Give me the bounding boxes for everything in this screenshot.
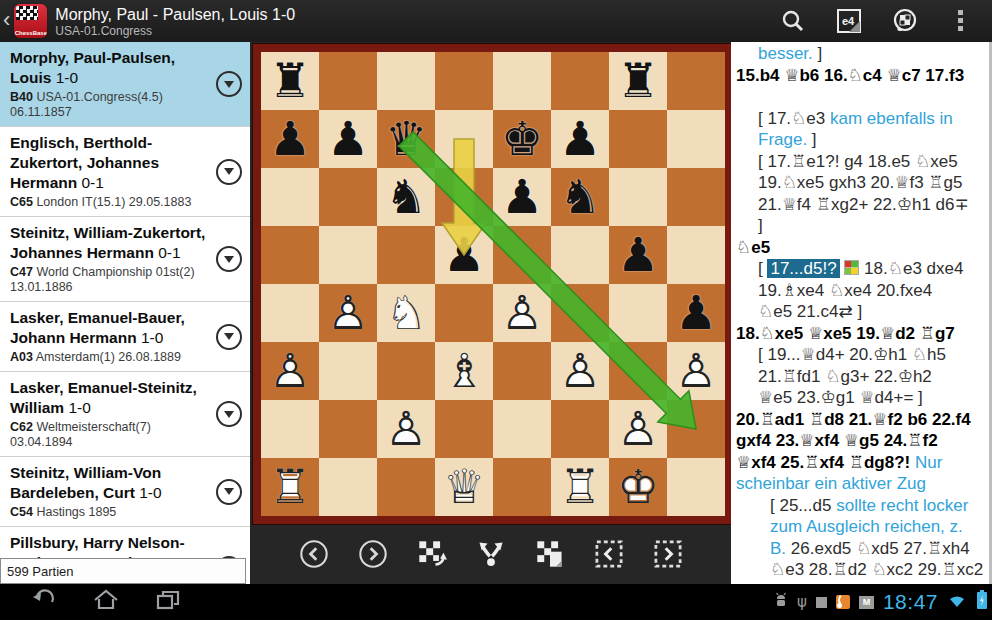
- titlebar-text: Morphy, Paul - Paulsen, Louis 1-0 USA-01…: [55, 5, 778, 38]
- mainline-moves[interactable]: 20.♖ad1 ♖d8 21.♕f2 b6 22.f4: [736, 410, 971, 429]
- square-d6[interactable]: [435, 168, 493, 226]
- flip-board-button[interactable]: [417, 539, 447, 569]
- board-grid: ♜♜♟♟♛♚♟♞♟♞♟♟♟♙♞♘♟♙♟♟♙♝♗♟♙♟♙♟♙♟♙♜♖♛♕♜♖♚♔: [261, 52, 725, 516]
- notation-line: 21.♖fd1 ♘g3+ 22.♔h2: [758, 366, 992, 388]
- square-d4[interactable]: [435, 284, 493, 342]
- game-meta: A03 Amsterdam(1) 26.08.1889: [10, 350, 242, 365]
- square-h3[interactable]: ♟♙: [667, 342, 725, 400]
- game-meta: C54 Hastings 1895: [10, 505, 242, 520]
- comment-text[interactable]: Nur: [915, 453, 942, 472]
- square-c7[interactable]: ♛: [377, 110, 435, 168]
- square-e7[interactable]: ♚: [493, 110, 551, 168]
- piece-black-pawn: ♟: [261, 110, 319, 168]
- flip-board-icon: [417, 539, 447, 569]
- piece-black-knight: ♞: [551, 168, 609, 226]
- square-d1[interactable]: ♛♕: [435, 458, 493, 516]
- e4-board-icon[interactable]: e4: [834, 6, 864, 36]
- game-eco: A03: [10, 350, 33, 364]
- logo-text: ChessBase: [14, 30, 47, 36]
- square-b7[interactable]: ♟: [319, 110, 377, 168]
- variation-moves[interactable]: [ 17.♘e3: [758, 109, 830, 128]
- board-toolbar: [250, 524, 731, 584]
- top-action-bar: ‹ ChessBase Morphy, Paul - Paulsen, Loui…: [0, 0, 992, 42]
- game-title: Lasker, Emanuel-Bauer, Johann Hermann 1-…: [10, 308, 242, 348]
- square-c8[interactable]: [377, 52, 435, 110]
- square-f2[interactable]: [551, 400, 609, 458]
- game-players: Morphy, Paul-Paulsen, Louis: [10, 49, 175, 86]
- prev-game-button[interactable]: [594, 539, 624, 569]
- notation-line: [ 19...♕d4+ 20.♔h1 ♘h5: [758, 344, 992, 366]
- wifi-icon: [947, 592, 967, 612]
- next-move-button[interactable]: [358, 539, 388, 569]
- variation-moves[interactable]: [ 19...♕d4+ 20.♔h1 ♘h5: [758, 345, 946, 364]
- square-a7[interactable]: ♟: [261, 110, 319, 168]
- games-count-toast: 599 Partien: [0, 558, 246, 584]
- square-f5[interactable]: [551, 226, 609, 284]
- notation-line: zum Ausgleich reichen, z.: [770, 516, 992, 538]
- square-c2[interactable]: ♟♙: [377, 400, 435, 458]
- status-icons: ψ M 18:47: [774, 590, 992, 614]
- selected-move[interactable]: 17...d5!?: [767, 259, 839, 278]
- square-f1[interactable]: ♜♖: [551, 458, 609, 516]
- game-meta: C65 London IT(15.1) 29.05.1883: [10, 195, 242, 210]
- overflow-menu-icon[interactable]: [946, 6, 976, 36]
- square-e1[interactable]: [493, 458, 551, 516]
- square-f8[interactable]: [551, 52, 609, 110]
- variation-moves[interactable]: ♘e5 21.c4⇄ ]: [758, 302, 862, 321]
- game-list-item[interactable]: Lasker, Emanuel-Bauer, Johann Hermann 1-…: [0, 302, 250, 372]
- square-g8[interactable]: ♜: [609, 52, 667, 110]
- square-h6[interactable]: [667, 168, 725, 226]
- square-g6[interactable]: [609, 168, 667, 226]
- expand-chevron-icon[interactable]: [216, 246, 242, 272]
- game-list-item[interactable]: Steinitz, William-Von Bardeleben, Curt 1…: [0, 457, 250, 527]
- variation-moves[interactable]: 26.exd5 ♘xd5 27.♖xh4: [791, 539, 970, 558]
- square-b4[interactable]: ♟♙: [319, 284, 377, 342]
- piece-white-pawn-outline: ♙: [377, 400, 435, 458]
- piece-white-pawn-outline: ♙: [261, 342, 319, 400]
- square-c4[interactable]: ♞♘: [377, 284, 435, 342]
- piece-white-knight-outline: ♘: [377, 284, 435, 342]
- notation-line: ♘e5 21.c4⇄ ]: [758, 301, 992, 323]
- page-subtitle: USA-01.Congress: [55, 24, 778, 38]
- piece-black-king: ♚: [493, 110, 551, 168]
- notation-line: 18.♘xe5 ♕xe5 19.♕d2 ♖g7: [736, 323, 992, 345]
- game-result: 0-1: [77, 174, 104, 191]
- square-b6[interactable]: [319, 168, 377, 226]
- square-h1[interactable]: [667, 458, 725, 516]
- piece-black-pawn: ♟: [493, 168, 551, 226]
- notation-line: 20.♖ad1 ♖d8 21.♕f2 b6 22.f4: [736, 409, 992, 431]
- logo-checker-pattern: [16, 6, 38, 20]
- square-f4[interactable]: [551, 284, 609, 342]
- notation-line: ♕xf4 25.♖xf4 ♖dg8?! Nur: [736, 452, 992, 474]
- square-e6[interactable]: ♟: [493, 168, 551, 226]
- notation-line: ♘e5: [736, 237, 992, 259]
- next-move-icon: [358, 539, 388, 569]
- notation-line: [ 17...d5!? 18.♘e3 dxe4: [758, 258, 992, 280]
- board-to-notation-button[interactable]: [535, 539, 565, 569]
- status-clock: 18:47: [883, 590, 938, 614]
- piece-black-pawn: ♟: [435, 226, 493, 284]
- game-eco: C54: [10, 505, 33, 519]
- piece-black-pawn: ♟: [667, 284, 725, 342]
- game-eco: C47: [10, 265, 33, 279]
- square-a4[interactable]: [261, 284, 319, 342]
- game-list[interactable]: Morphy, Paul-Paulsen, Louis 1-0B40 USA-0…: [0, 42, 250, 584]
- piece-white-pawn-outline: ♙: [319, 284, 377, 342]
- notation-line: 15.b4 ♕b6 16.♘c4 ♕c7 17.f3: [736, 65, 992, 87]
- square-b2[interactable]: [319, 400, 377, 458]
- mainline-moves[interactable]: ♘e5: [736, 238, 770, 257]
- usb-debug-icon: [774, 592, 788, 612]
- mainline-moves[interactable]: 15.b4 ♕b6 16.♘c4 ♕c7 17.f3: [736, 66, 964, 85]
- game-title: Englisch, Berthold-Zukertort, Johannes H…: [10, 133, 242, 193]
- notation-line: 19.♘xe5 gxh3 20.♕f3 ♖g5: [758, 172, 992, 194]
- comment-text[interactable]: Frage.: [758, 130, 812, 149]
- game-players: Lasker, Emanuel-Steinitz, William: [10, 379, 197, 416]
- square-g4[interactable]: [609, 284, 667, 342]
- annotation-color-icon[interactable]: [844, 260, 859, 275]
- game-list-item[interactable]: Steinitz, William-Zukertort, Johannes He…: [0, 217, 250, 302]
- chessbase-logo[interactable]: ChessBase: [14, 4, 47, 38]
- square-e4[interactable]: ♟♙: [493, 284, 551, 342]
- piece-white-pawn-outline: ♙: [493, 284, 551, 342]
- gmail-icon: M: [859, 596, 874, 609]
- game-meta: C47 World Championship 01st(2) 13.01.188…: [10, 265, 242, 295]
- square-a3[interactable]: ♟♙: [261, 342, 319, 400]
- board-panel: ♜♜♟♟♛♚♟♞♟♞♟♟♟♙♞♘♟♙♟♟♙♝♗♟♙♟♙♟♙♟♙♜♖♛♕♜♖♚♔: [250, 42, 731, 584]
- notation-line: [ 17.♖e1?! g4 18.e5 ♘xe5: [758, 151, 992, 173]
- next-game-icon: [653, 539, 683, 569]
- expand-chevron-icon[interactable]: [216, 159, 242, 185]
- piece-white-rook-outline: ♖: [551, 458, 609, 516]
- square-b5[interactable]: [319, 226, 377, 284]
- square-g1[interactable]: ♚♔: [609, 458, 667, 516]
- square-c3[interactable]: [377, 342, 435, 400]
- mainline-moves[interactable]: 18.♘xe5 ♕xe5 19.♕d2 ♖g7: [736, 324, 955, 343]
- piece-black-rook: ♜: [261, 52, 319, 110]
- piece-black-rook: ♜: [609, 52, 667, 110]
- variation-moves[interactable]: 21.♕f4 ♖xg2+ 22.♔h1 d6∓: [758, 195, 969, 214]
- square-h2[interactable]: [667, 400, 725, 458]
- svg-text:e4: e4: [842, 15, 855, 27]
- square-c1[interactable]: [377, 458, 435, 516]
- variation-moves[interactable]: 19.♗xe4 ♘xe4 20.fxe4: [758, 281, 932, 300]
- game-meta: C62 Weltmeisterschaft(7) 03.04.1894: [10, 420, 242, 450]
- piece-black-queen: ♛: [377, 110, 435, 168]
- game-title: Morphy, Paul-Paulsen, Louis 1-0: [10, 48, 242, 88]
- back-nav-icon[interactable]: [28, 588, 58, 616]
- square-h4[interactable]: ♟: [667, 284, 725, 342]
- game-result: 1-0: [51, 69, 78, 86]
- square-a1[interactable]: ♜♖: [261, 458, 319, 516]
- square-b3[interactable]: [319, 342, 377, 400]
- game-result: 0-1: [154, 244, 181, 261]
- prev-move-button[interactable]: [299, 539, 329, 569]
- square-b8[interactable]: [319, 52, 377, 110]
- game-list-item[interactable]: Lasker, Emanuel-Steinitz, William 1-0C62…: [0, 372, 250, 457]
- game-eco: C65: [10, 195, 33, 209]
- game-list-item[interactable]: Morphy, Paul-Paulsen, Louis 1-0B40 USA-0…: [0, 42, 250, 127]
- notation-line: [ 17.♘e3 kam ebenfalls in: [758, 108, 992, 130]
- square-b1[interactable]: [319, 458, 377, 516]
- notation-line: besser. ]: [758, 43, 992, 65]
- variation-moves[interactable]: 18.♘e3 dxe4: [859, 259, 963, 278]
- expand-chevron-icon[interactable]: [216, 324, 242, 350]
- square-e3[interactable]: [493, 342, 551, 400]
- square-a2[interactable]: [261, 400, 319, 458]
- variation-moves[interactable]: ]: [818, 44, 823, 63]
- comment-text[interactable]: zum Ausgleich reichen, z.: [770, 517, 963, 536]
- main-content: Morphy, Paul-Paulsen, Louis 1-0B40 USA-0…: [0, 42, 992, 584]
- notation-line: 19.♗xe4 ♘xe4 20.fxe4: [758, 280, 992, 302]
- battery-icon: [976, 590, 988, 614]
- piece-black-pawn: ♟: [319, 110, 377, 168]
- takeback-variation-icon: [476, 539, 506, 569]
- game-list-item[interactable]: Englisch, Berthold-Zukertort, Johannes H…: [0, 127, 250, 217]
- square-d7[interactable]: [435, 110, 493, 168]
- piece-white-king-outline: ♔: [609, 458, 667, 516]
- notation-line: ♕e5 23.♔g1 ♕d4+= ]: [758, 387, 992, 409]
- notation-line: [ 25...d5 sollte recht locker: [770, 495, 992, 517]
- square-e2[interactable]: [493, 400, 551, 458]
- mainline-moves[interactable]: ♕xf4 25.♖xf4 ♖dg8?!: [736, 453, 915, 472]
- square-h8[interactable]: [667, 52, 725, 110]
- piece-white-bishop-outline: ♗: [435, 342, 493, 400]
- square-d5[interactable]: ♟: [435, 226, 493, 284]
- notation-line: [736, 86, 992, 108]
- square-h7[interactable]: [667, 110, 725, 168]
- game-title: Lasker, Emanuel-Steinitz, William 1-0: [10, 378, 242, 418]
- prev-game-icon: [594, 539, 624, 569]
- expand-chevron-icon[interactable]: [216, 71, 242, 97]
- square-h5[interactable]: [667, 226, 725, 284]
- square-g3[interactable]: [609, 342, 667, 400]
- topbar-actions: e4: [778, 6, 992, 36]
- game-eco: B40: [10, 90, 33, 104]
- back-chevron-icon[interactable]: ‹: [0, 9, 12, 34]
- game-title: Steinitz, William-Zukertort, Johannes He…: [10, 223, 242, 263]
- variation-moves[interactable]: ♘e3 28.♖d2 ♘xc2 29.♖xc2: [770, 560, 983, 579]
- game-title: Steinitz, William-Von Bardeleben, Curt 1…: [10, 463, 242, 503]
- expand-chevron-icon[interactable]: [216, 401, 242, 427]
- game-result: 1-0: [64, 399, 91, 416]
- takeback-variation-button[interactable]: [476, 539, 506, 569]
- notation-line: 21.♕f4 ♖xg2+ 22.♔h1 d6∓: [758, 194, 992, 216]
- variation-moves[interactable]: ]: [758, 216, 763, 235]
- piece-white-rook-outline: ♖: [261, 458, 319, 516]
- piece-black-knight: ♞: [377, 168, 435, 226]
- square-g7[interactable]: [609, 110, 667, 168]
- notation-line: ]: [758, 215, 992, 237]
- square-f7[interactable]: ♟: [551, 110, 609, 168]
- notation-panel[interactable]: besser. ]15.b4 ♕b6 16.♘c4 ♕c7 17.f3 [ 17…: [731, 42, 992, 584]
- notation-line: scheinbar ein aktiver Zug: [736, 473, 992, 495]
- next-game-button[interactable]: [653, 539, 683, 569]
- comment-text[interactable]: kam ebenfalls in: [830, 109, 953, 128]
- usb-icon: ψ: [797, 595, 807, 610]
- square-d8[interactable]: [435, 52, 493, 110]
- notation-line: Frage. ]: [758, 129, 992, 151]
- nav-buttons: [0, 588, 182, 616]
- piece-white-pawn-outline: ♙: [551, 342, 609, 400]
- square-g2[interactable]: ♟♙: [609, 400, 667, 458]
- chessbase-app: ‹ ChessBase Morphy, Paul - Paulsen, Loui…: [0, 0, 992, 620]
- notation-line: gxf4 23.♕xf4 ♕g5 24.♖f2: [736, 430, 992, 452]
- variation-moves[interactable]: 19.♘xe5 gxh3 20.♕f3 ♖g5: [758, 173, 963, 192]
- square-a8[interactable]: ♜: [261, 52, 319, 110]
- square-g5[interactable]: ♟: [609, 226, 667, 284]
- square-a5[interactable]: [261, 226, 319, 284]
- piece-white-queen-outline: ♕: [435, 458, 493, 516]
- variation-moves[interactable]: [ 25...d5: [770, 496, 836, 515]
- comment-text[interactable]: sollte recht locker: [836, 496, 968, 515]
- search-icon[interactable]: [778, 6, 808, 36]
- game-meta: B40 USA-01.Congress(4.5) 06.11.1857: [10, 90, 242, 120]
- chess-board[interactable]: ♜♜♟♟♛♚♟♞♟♞♟♟♟♙♞♘♟♙♟♟♙♝♗♟♙♟♙♟♙♟♙♜♖♛♕♜♖♚♔: [253, 44, 733, 524]
- square-c5[interactable]: [377, 226, 435, 284]
- page-title: Morphy, Paul - Paulsen, Louis 1-0: [55, 5, 778, 24]
- notification-icon: [816, 597, 827, 608]
- square-e5[interactable]: [493, 226, 551, 284]
- home-nav-icon[interactable]: [92, 588, 120, 616]
- notation-line: B. 26.exd5 ♘xd5 27.♖xh4: [770, 538, 992, 560]
- prev-move-icon: [299, 539, 329, 569]
- variation-moves[interactable]: ]: [812, 130, 817, 149]
- square-f3[interactable]: ♟♙: [551, 342, 609, 400]
- square-a6[interactable]: [261, 168, 319, 226]
- rss-app-icon: [836, 595, 850, 609]
- square-d2[interactable]: [435, 400, 493, 458]
- piece-black-pawn: ♟: [609, 226, 667, 284]
- game-eco: C62: [10, 420, 33, 434]
- comment-text[interactable]: scheinbar ein aktiver Zug: [736, 474, 926, 493]
- piece-white-pawn-outline: ♙: [609, 400, 667, 458]
- mainline-moves[interactable]: gxf4 23.♕xf4 ♕g5 24.♖f2: [736, 431, 938, 450]
- square-e8[interactable]: [493, 52, 551, 110]
- recents-nav-icon[interactable]: [154, 588, 182, 616]
- game-result: 1-0: [137, 329, 164, 346]
- comment-text[interactable]: besser.: [758, 44, 818, 63]
- piece-black-pawn: ♟: [551, 110, 609, 168]
- comment-text[interactable]: B.: [770, 539, 791, 558]
- square-d3[interactable]: ♝♗: [435, 342, 493, 400]
- expand-chevron-icon[interactable]: [216, 479, 242, 505]
- square-f6[interactable]: ♞: [551, 168, 609, 226]
- board-to-notation-icon: [535, 539, 565, 569]
- position-search-icon[interactable]: [890, 6, 920, 36]
- variation-moves[interactable]: 21.♖fd1 ♘g3+ 22.♔h2: [758, 367, 932, 386]
- piece-white-pawn-outline: ♙: [667, 342, 725, 400]
- game-result: 1-0: [135, 484, 162, 501]
- variation-moves[interactable]: ♕e5 23.♔g1 ♕d4+= ]: [758, 388, 923, 407]
- android-system-bar: ψ M 18:47: [0, 584, 992, 620]
- notation-line: ♘e3 28.♖d2 ♘xc2 29.♖xc2: [770, 559, 992, 581]
- square-c6[interactable]: ♞: [377, 168, 435, 226]
- variation-moves[interactable]: [ 17.♖e1?! g4 18.e5 ♘xe5: [758, 152, 958, 171]
